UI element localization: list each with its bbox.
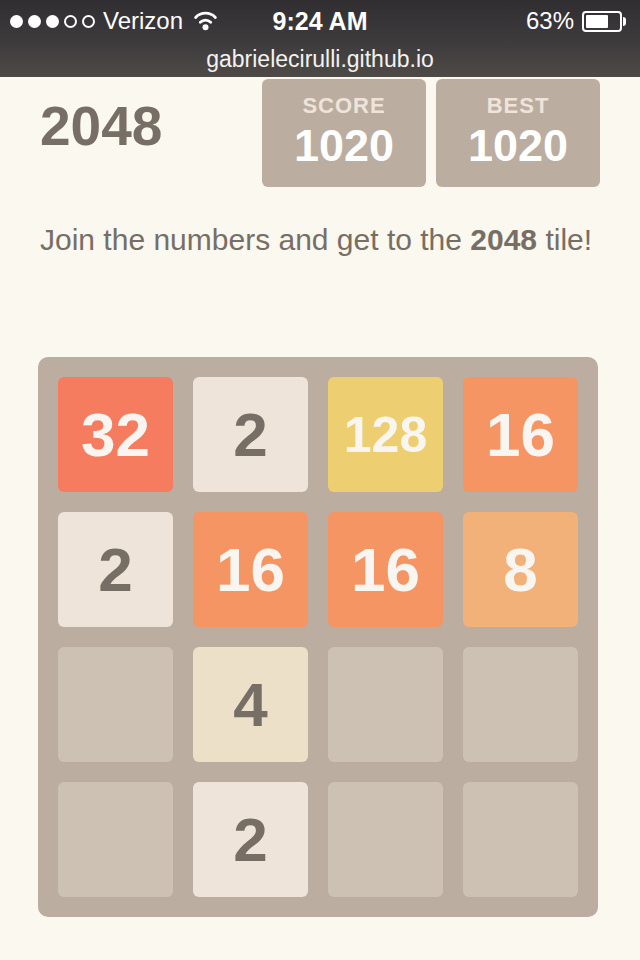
- signal-dot: [28, 15, 41, 28]
- tile-32: 32: [58, 377, 173, 492]
- intro-prefix: Join the numbers and get to the: [40, 223, 470, 256]
- wifi-icon: [192, 11, 219, 31]
- empty-cell: [328, 782, 443, 897]
- battery-icon: [582, 11, 622, 32]
- empty-cell: [58, 782, 173, 897]
- cell-signal-icon: [10, 15, 95, 28]
- empty-cell: [58, 647, 173, 762]
- game-board[interactable]: 3221281621616842: [38, 357, 598, 917]
- empty-cell: [463, 782, 578, 897]
- tile-2: 2: [193, 377, 308, 492]
- best-value: 1020: [436, 121, 600, 171]
- score-box: SCORE 1020: [262, 79, 426, 187]
- tile-16: 16: [193, 512, 308, 627]
- tile-8: 8: [463, 512, 578, 627]
- url-bar[interactable]: gabrielecirulli.github.io: [0, 42, 640, 77]
- score-label: SCORE: [262, 93, 426, 119]
- url-text: gabrielecirulli.github.io: [206, 46, 434, 73]
- safari-top-bar: Verizon 9:24 AM 63% gabrielecirulli.gith…: [0, 0, 640, 77]
- tile-16: 16: [328, 512, 443, 627]
- tile-16: 16: [463, 377, 578, 492]
- page-title: 2048: [40, 98, 162, 154]
- intro-suffix: tile!: [537, 223, 592, 256]
- tile-2: 2: [58, 512, 173, 627]
- best-box: BEST 1020: [436, 79, 600, 187]
- best-label: BEST: [436, 93, 600, 119]
- battery-fill: [586, 15, 608, 28]
- battery-nub: [623, 17, 626, 26]
- status-bar: Verizon 9:24 AM 63%: [0, 0, 640, 42]
- signal-dot: [64, 15, 77, 28]
- clock-time: 9:24 AM: [273, 7, 368, 36]
- signal-dot: [46, 15, 59, 28]
- tile-128: 128: [328, 377, 443, 492]
- game-intro-text: Join the numbers and get to the 2048 til…: [40, 215, 606, 264]
- score-value: 1020: [262, 121, 426, 171]
- signal-dot: [10, 15, 23, 28]
- tile-4: 4: [193, 647, 308, 762]
- score-container: SCORE 1020 BEST 1020: [262, 79, 600, 187]
- tile-2: 2: [193, 782, 308, 897]
- empty-cell: [463, 647, 578, 762]
- empty-cell: [328, 647, 443, 762]
- carrier-label: Verizon: [103, 7, 183, 35]
- battery-percent: 63%: [526, 7, 574, 35]
- intro-goal: 2048: [470, 223, 537, 256]
- signal-dot: [82, 15, 95, 28]
